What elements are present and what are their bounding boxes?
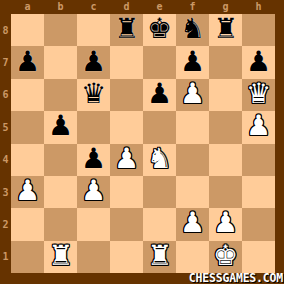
- piece-black-king[interactable]: ♚: [147, 15, 172, 43]
- square-e2[interactable]: [143, 208, 176, 240]
- square-b6[interactable]: [44, 79, 77, 111]
- square-a1[interactable]: [11, 241, 44, 273]
- square-h3[interactable]: [242, 176, 275, 208]
- square-e4[interactable]: ♞: [143, 144, 176, 176]
- piece-black-queen[interactable]: ♛: [81, 80, 106, 108]
- square-f6[interactable]: ♟: [176, 79, 209, 111]
- file-labels: abcdefgh: [11, 0, 275, 14]
- chess-board: ♜♚♞♜♟♟♟♟♛♟♟♛♟♟♟♟♞♟♟♟♟♜♜♚: [11, 14, 275, 273]
- square-h8[interactable]: [242, 14, 275, 46]
- square-c6[interactable]: ♛: [77, 79, 110, 111]
- square-h7[interactable]: ♟: [242, 46, 275, 78]
- piece-black-knight[interactable]: ♞: [180, 15, 205, 43]
- square-h1[interactable]: [242, 241, 275, 273]
- square-f8[interactable]: ♞: [176, 14, 209, 46]
- square-a2[interactable]: [11, 208, 44, 240]
- square-a6[interactable]: [11, 79, 44, 111]
- square-f3[interactable]: [176, 176, 209, 208]
- square-b1[interactable]: ♜: [44, 241, 77, 273]
- square-d6[interactable]: [110, 79, 143, 111]
- rank-label-7: 7: [0, 46, 11, 78]
- piece-black-pawn[interactable]: ♟: [48, 112, 73, 140]
- piece-black-rook[interactable]: ♜: [213, 15, 238, 43]
- square-e6[interactable]: ♟: [143, 79, 176, 111]
- square-c3[interactable]: ♟: [77, 176, 110, 208]
- piece-white-knight[interactable]: ♞: [147, 145, 172, 173]
- file-label-h: h: [242, 0, 275, 14]
- square-c5[interactable]: [77, 111, 110, 143]
- square-h5[interactable]: ♟: [242, 111, 275, 143]
- square-d4[interactable]: ♟: [110, 144, 143, 176]
- piece-black-pawn[interactable]: ♟: [15, 48, 40, 76]
- square-c1[interactable]: [77, 241, 110, 273]
- square-d7[interactable]: [110, 46, 143, 78]
- square-f7[interactable]: ♟: [176, 46, 209, 78]
- piece-black-pawn[interactable]: ♟: [81, 48, 106, 76]
- square-a5[interactable]: [11, 111, 44, 143]
- piece-white-queen[interactable]: ♛: [246, 80, 271, 108]
- square-a3[interactable]: ♟: [11, 176, 44, 208]
- square-d2[interactable]: [110, 208, 143, 240]
- square-c4[interactable]: ♟: [77, 144, 110, 176]
- square-f5[interactable]: [176, 111, 209, 143]
- square-d8[interactable]: ♜: [110, 14, 143, 46]
- square-b3[interactable]: [44, 176, 77, 208]
- file-label-g: g: [209, 0, 242, 14]
- square-g8[interactable]: ♜: [209, 14, 242, 46]
- rank-label-1: 1: [0, 241, 11, 273]
- file-label-b: b: [44, 0, 77, 14]
- rank-label-6: 6: [0, 79, 11, 111]
- piece-white-pawn[interactable]: ♟: [213, 209, 238, 237]
- file-label-e: e: [143, 0, 176, 14]
- square-g4[interactable]: [209, 144, 242, 176]
- square-e5[interactable]: [143, 111, 176, 143]
- piece-white-pawn[interactable]: ♟: [180, 80, 205, 108]
- square-h6[interactable]: ♛: [242, 79, 275, 111]
- square-a7[interactable]: ♟: [11, 46, 44, 78]
- site-credit: CHESSGAMES.COM: [189, 273, 283, 284]
- square-b8[interactable]: [44, 14, 77, 46]
- rank-label-8: 8: [0, 14, 11, 46]
- piece-white-pawn[interactable]: ♟: [15, 177, 40, 205]
- square-h4[interactable]: [242, 144, 275, 176]
- file-label-d: d: [110, 0, 143, 14]
- square-d3[interactable]: [110, 176, 143, 208]
- rank-label-4: 4: [0, 144, 11, 176]
- piece-white-king[interactable]: ♚: [213, 242, 238, 270]
- square-e3[interactable]: [143, 176, 176, 208]
- square-b5[interactable]: ♟: [44, 111, 77, 143]
- piece-black-pawn[interactable]: ♟: [147, 80, 172, 108]
- piece-white-pawn[interactable]: ♟: [180, 209, 205, 237]
- piece-black-rook[interactable]: ♜: [114, 15, 139, 43]
- file-label-a: a: [11, 0, 44, 14]
- square-h2[interactable]: [242, 208, 275, 240]
- square-b7[interactable]: [44, 46, 77, 78]
- square-g6[interactable]: [209, 79, 242, 111]
- square-g2[interactable]: ♟: [209, 208, 242, 240]
- rank-label-3: 3: [0, 176, 11, 208]
- square-e1[interactable]: ♜: [143, 241, 176, 273]
- square-d5[interactable]: [110, 111, 143, 143]
- rank-labels: 87654321: [0, 14, 11, 273]
- square-a4[interactable]: [11, 144, 44, 176]
- square-c8[interactable]: [77, 14, 110, 46]
- square-g1[interactable]: ♚: [209, 241, 242, 273]
- square-c7[interactable]: ♟: [77, 46, 110, 78]
- square-b4[interactable]: [44, 144, 77, 176]
- square-f4[interactable]: [176, 144, 209, 176]
- square-c2[interactable]: [77, 208, 110, 240]
- piece-white-rook[interactable]: ♜: [48, 242, 73, 270]
- square-e7[interactable]: [143, 46, 176, 78]
- piece-white-pawn[interactable]: ♟: [81, 177, 106, 205]
- piece-black-pawn[interactable]: ♟: [81, 145, 106, 173]
- piece-white-pawn[interactable]: ♟: [246, 112, 271, 140]
- square-f2[interactable]: ♟: [176, 208, 209, 240]
- square-g7[interactable]: [209, 46, 242, 78]
- rank-label-2: 2: [0, 208, 11, 240]
- square-b2[interactable]: [44, 208, 77, 240]
- piece-white-rook[interactable]: ♜: [147, 242, 172, 270]
- file-label-f: f: [176, 0, 209, 14]
- piece-white-pawn[interactable]: ♟: [114, 145, 139, 173]
- square-g3[interactable]: [209, 176, 242, 208]
- square-d1[interactable]: [110, 241, 143, 273]
- square-g5[interactable]: [209, 111, 242, 143]
- chess-diagram: abcdefgh 87654321 ♜♚♞♜♟♟♟♟♛♟♟♛♟♟♟♟♞♟♟♟♟♜…: [0, 0, 284, 284]
- piece-black-pawn[interactable]: ♟: [246, 48, 271, 76]
- square-f1[interactable]: [176, 241, 209, 273]
- file-label-c: c: [77, 0, 110, 14]
- square-e8[interactable]: ♚: [143, 14, 176, 46]
- piece-black-pawn[interactable]: ♟: [180, 48, 205, 76]
- rank-label-5: 5: [0, 111, 11, 143]
- square-a8[interactable]: [11, 14, 44, 46]
